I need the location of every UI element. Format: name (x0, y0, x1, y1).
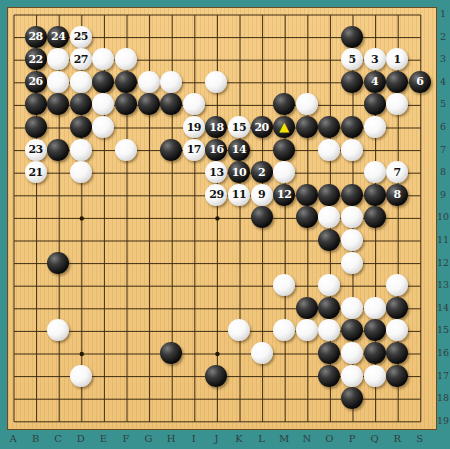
go-stone-black-P15[interactable] (341, 319, 363, 341)
move-number: 28 (28, 31, 42, 42)
go-stone-black-K7[interactable]: 14 (228, 139, 250, 161)
go-stone-white-O13[interactable] (318, 274, 340, 296)
go-stone-black-B4[interactable]: 26 (25, 71, 47, 93)
col-label-Q: Q (367, 433, 383, 444)
go-stone-black-Q15[interactable] (364, 319, 386, 341)
go-stone-white-P16[interactable] (341, 342, 363, 364)
go-stone-black-L10[interactable] (251, 206, 273, 228)
move-number: 13 (209, 167, 223, 178)
row-label-4: 4 (437, 76, 449, 87)
col-label-I: I (186, 433, 202, 444)
go-stone-white-P3[interactable]: 5 (341, 48, 363, 70)
go-board-frame: 2824252227531264619181520▲23171614211310… (0, 0, 450, 449)
go-stone-black-R17[interactable] (386, 365, 408, 387)
go-stone-black-B6[interactable] (25, 116, 47, 138)
go-stone-white-E5[interactable] (92, 93, 114, 115)
go-stone-white-P12[interactable] (341, 252, 363, 274)
go-stone-black-Q10[interactable] (364, 206, 386, 228)
go-stone-black-C12[interactable] (47, 252, 69, 274)
go-stone-white-F7[interactable] (115, 139, 137, 161)
go-stone-white-P7[interactable] (341, 139, 363, 161)
go-stone-white-D17[interactable] (70, 365, 92, 387)
go-stone-black-G5[interactable] (138, 93, 160, 115)
go-stone-black-K8[interactable]: 10 (228, 161, 250, 183)
move-number: 20 (254, 122, 268, 133)
col-label-R: R (389, 433, 405, 444)
move-number: 12 (277, 189, 291, 200)
go-stone-black-L8[interactable]: 2 (251, 161, 273, 183)
go-stone-white-R15[interactable] (386, 319, 408, 341)
go-stone-white-R3[interactable]: 1 (386, 48, 408, 70)
row-label-11: 11 (437, 234, 449, 245)
go-stone-white-M8[interactable] (273, 161, 295, 183)
go-stone-black-N14[interactable] (296, 297, 318, 319)
row-label-8: 8 (437, 166, 449, 177)
go-stone-black-S4[interactable]: 6 (409, 71, 431, 93)
row-label-14: 14 (437, 302, 449, 313)
move-number: 18 (209, 122, 223, 133)
go-stone-white-G4[interactable] (138, 71, 160, 93)
go-stone-white-I6[interactable]: 19 (183, 116, 205, 138)
go-stone-black-D6[interactable] (70, 116, 92, 138)
col-label-F: F (118, 433, 134, 444)
go-stone-black-B5[interactable] (25, 93, 47, 115)
go-stone-white-E3[interactable] (92, 48, 114, 70)
move-number: 22 (28, 54, 42, 65)
go-stone-white-K15[interactable] (228, 319, 250, 341)
move-number: 24 (51, 31, 65, 42)
go-stone-white-Q3[interactable]: 3 (364, 48, 386, 70)
move-number: 16 (209, 144, 223, 155)
move-number: 15 (232, 122, 246, 133)
column-labels: ABCDEFGHIJKLMNOPQRS (0, 432, 450, 449)
row-label-7: 7 (437, 144, 449, 155)
go-stone-white-H4[interactable] (160, 71, 182, 93)
row-label-15: 15 (437, 324, 449, 335)
move-number: 25 (74, 31, 88, 42)
go-stone-black-N10[interactable] (296, 206, 318, 228)
col-label-D: D (73, 433, 89, 444)
go-stone-white-Q6[interactable] (364, 116, 386, 138)
go-stone-black-C2[interactable]: 24 (47, 26, 69, 48)
move-number: 3 (371, 54, 378, 65)
go-stone-white-Q14[interactable] (364, 297, 386, 319)
move-number: 17 (187, 144, 201, 155)
move-number: 8 (394, 189, 401, 200)
col-label-M: M (276, 433, 292, 444)
go-stone-black-P4[interactable] (341, 71, 363, 93)
go-stone-black-H5[interactable] (160, 93, 182, 115)
go-stone-black-M9[interactable]: 12 (273, 184, 295, 206)
go-stone-black-J6[interactable]: 18 (205, 116, 227, 138)
go-stone-white-R5[interactable] (386, 93, 408, 115)
go-stone-black-R4[interactable] (386, 71, 408, 93)
go-stone-black-J7[interactable]: 16 (205, 139, 227, 161)
move-number: 4 (371, 76, 378, 87)
go-stone-white-R8[interactable]: 7 (386, 161, 408, 183)
col-label-L: L (254, 433, 270, 444)
go-stone-white-C3[interactable] (47, 48, 69, 70)
col-label-O: O (321, 433, 337, 444)
move-number: 5 (348, 54, 355, 65)
col-label-B: B (28, 433, 44, 444)
go-stone-black-O16[interactable] (318, 342, 340, 364)
go-stone-black-J17[interactable] (205, 365, 227, 387)
go-stone-white-M13[interactable] (273, 274, 295, 296)
go-stone-black-Q16[interactable] (364, 342, 386, 364)
go-stone-black-O17[interactable] (318, 365, 340, 387)
go-stone-black-O6[interactable] (318, 116, 340, 138)
col-label-J: J (208, 433, 224, 444)
go-stone-black-P18[interactable] (341, 387, 363, 409)
go-stone-white-P14[interactable] (341, 297, 363, 319)
row-label-6: 6 (437, 121, 449, 132)
go-stone-black-R9[interactable]: 8 (386, 184, 408, 206)
row-label-2: 2 (437, 31, 449, 42)
row-label-18: 18 (437, 392, 449, 403)
go-stone-black-F5[interactable] (115, 93, 137, 115)
go-stone-black-Q5[interactable] (364, 93, 386, 115)
go-stone-black-N9[interactable] (296, 184, 318, 206)
go-stone-black-P9[interactable] (341, 184, 363, 206)
go-stone-white-E6[interactable] (92, 116, 114, 138)
triangle-mark-icon: ▲ (279, 120, 289, 133)
go-stone-white-I7[interactable]: 17 (183, 139, 205, 161)
go-stone-black-Q9[interactable] (364, 184, 386, 206)
go-stone-white-B8[interactable]: 21 (25, 161, 47, 183)
move-number: 10 (232, 167, 246, 178)
move-number: 14 (232, 144, 246, 155)
go-stone-white-D7[interactable] (70, 139, 92, 161)
col-label-A: A (5, 433, 21, 444)
go-stone-black-M7[interactable] (273, 139, 295, 161)
move-number: 9 (258, 189, 265, 200)
move-number: 6 (416, 76, 423, 87)
go-stone-white-L16[interactable] (251, 342, 273, 364)
row-label-10: 10 (437, 211, 449, 222)
go-stone-white-D4[interactable] (70, 71, 92, 93)
go-stone-black-H16[interactable] (160, 342, 182, 364)
row-label-9: 9 (437, 189, 449, 200)
col-label-N: N (299, 433, 315, 444)
go-stone-black-C5[interactable] (47, 93, 69, 115)
go-stone-white-R13[interactable] (386, 274, 408, 296)
go-stone-white-K9[interactable]: 11 (228, 184, 250, 206)
go-stone-black-M6[interactable]: ▲ (273, 116, 295, 138)
go-stone-white-P10[interactable] (341, 206, 363, 228)
go-stone-black-H7[interactable] (160, 139, 182, 161)
go-stone-white-O10[interactable] (318, 206, 340, 228)
go-stone-black-E4[interactable] (92, 71, 114, 93)
go-stone-white-K6[interactable]: 15 (228, 116, 250, 138)
move-number: 21 (28, 167, 42, 178)
stones-layer: 2824252227531264619181520▲23171614211310… (0, 0, 450, 449)
go-stone-white-O7[interactable] (318, 139, 340, 161)
go-stone-white-P17[interactable] (341, 365, 363, 387)
go-stone-black-F4[interactable] (115, 71, 137, 93)
go-stone-black-P2[interactable] (341, 26, 363, 48)
go-stone-white-L9[interactable]: 9 (251, 184, 273, 206)
go-stone-white-C15[interactable] (47, 319, 69, 341)
move-number: 26 (28, 76, 42, 87)
go-stone-white-J4[interactable] (205, 71, 227, 93)
go-stone-black-L6[interactable]: 20 (251, 116, 273, 138)
move-number: 27 (74, 54, 88, 65)
row-label-12: 12 (437, 257, 449, 268)
go-stone-white-D2[interactable]: 25 (70, 26, 92, 48)
move-number: 7 (394, 167, 401, 178)
go-stone-black-P6[interactable] (341, 116, 363, 138)
go-stone-black-R16[interactable] (386, 342, 408, 364)
move-number: 11 (232, 189, 246, 200)
go-stone-black-Q4[interactable]: 4 (364, 71, 386, 93)
go-stone-white-C4[interactable] (47, 71, 69, 93)
go-stone-white-D3[interactable]: 27 (70, 48, 92, 70)
go-stone-black-O11[interactable] (318, 229, 340, 251)
go-stone-black-M5[interactable] (273, 93, 295, 115)
col-label-E: E (95, 433, 111, 444)
move-number: 29 (209, 189, 223, 200)
go-stone-white-P11[interactable] (341, 229, 363, 251)
go-stone-white-N15[interactable] (296, 319, 318, 341)
go-stone-black-N6[interactable] (296, 116, 318, 138)
move-number: 19 (187, 122, 201, 133)
go-stone-white-O15[interactable] (318, 319, 340, 341)
col-label-C: C (50, 433, 66, 444)
go-stone-white-D8[interactable] (70, 161, 92, 183)
move-number: 2 (258, 167, 265, 178)
go-stone-black-C7[interactable] (47, 139, 69, 161)
go-stone-black-B3[interactable]: 22 (25, 48, 47, 70)
go-stone-white-F3[interactable] (115, 48, 137, 70)
go-stone-white-Q8[interactable] (364, 161, 386, 183)
col-label-S: S (412, 433, 428, 444)
move-number: 1 (394, 54, 401, 65)
go-stone-white-B7[interactable]: 23 (25, 139, 47, 161)
col-label-K: K (231, 433, 247, 444)
go-stone-white-J9[interactable]: 29 (205, 184, 227, 206)
go-stone-white-I5[interactable] (183, 93, 205, 115)
go-stone-white-Q17[interactable] (364, 365, 386, 387)
go-stone-black-R14[interactable] (386, 297, 408, 319)
row-labels: 12345678910111213141516171819 (436, 0, 450, 449)
go-stone-black-O14[interactable] (318, 297, 340, 319)
row-label-19: 19 (437, 415, 449, 426)
row-label-3: 3 (437, 53, 449, 64)
row-label-1: 1 (437, 8, 449, 19)
go-stone-white-J8[interactable]: 13 (205, 161, 227, 183)
move-number: 23 (28, 144, 42, 155)
row-label-16: 16 (437, 347, 449, 358)
go-stone-black-O9[interactable] (318, 184, 340, 206)
go-stone-white-N5[interactable] (296, 93, 318, 115)
go-stone-white-M15[interactable] (273, 319, 295, 341)
row-label-5: 5 (437, 98, 449, 109)
col-label-P: P (344, 433, 360, 444)
col-label-G: G (141, 433, 157, 444)
row-label-17: 17 (437, 370, 449, 381)
go-stone-black-B2[interactable]: 28 (25, 26, 47, 48)
go-stone-black-D5[interactable] (70, 93, 92, 115)
row-label-13: 13 (437, 279, 449, 290)
col-label-H: H (163, 433, 179, 444)
